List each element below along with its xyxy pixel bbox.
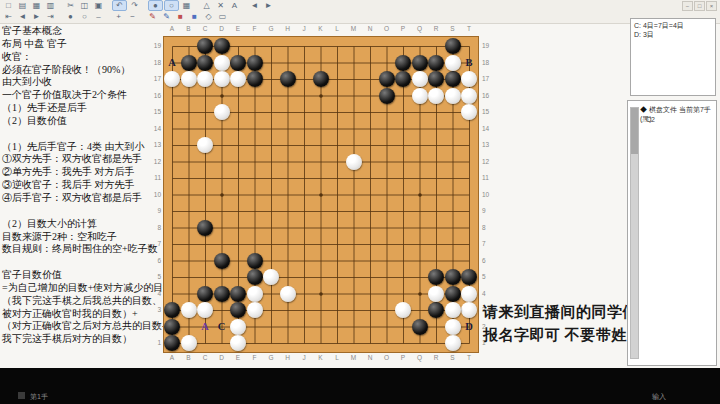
black-stone-D6[interactable]	[213, 252, 230, 269]
white-stone-S3[interactable]	[444, 302, 461, 319]
column-label: F	[246, 25, 263, 32]
white-stone-E17[interactable]	[230, 71, 247, 88]
white-stone-S2	[445, 319, 461, 335]
black-stone-B18	[181, 55, 197, 71]
column-label: R	[428, 25, 445, 32]
row-label: 18	[146, 59, 161, 66]
black-stone-O17[interactable]	[378, 71, 395, 88]
column-label: F	[246, 354, 263, 361]
black-stone-F18[interactable]	[246, 54, 263, 71]
lecture-line: （2）目数价值	[2, 115, 162, 128]
lecture-line: ①双方先手：双方收官都是先手	[2, 153, 162, 166]
black-stone-A1[interactable]	[164, 335, 181, 352]
row-label: 8	[482, 224, 497, 231]
black-stone-S17	[445, 71, 461, 87]
row-label: 16	[146, 92, 161, 99]
column-label: G	[263, 354, 280, 361]
lecture-line: 数目规则：终局时围住的空+吃子数	[2, 243, 162, 256]
black-stone-F18	[247, 55, 263, 71]
black-stone-P18	[395, 55, 411, 71]
tree-root-icon: ◆	[640, 106, 647, 113]
minimize-icon[interactable]: −	[682, 1, 693, 11]
column-label: B	[180, 25, 197, 32]
white-stone-T17[interactable]	[461, 71, 478, 88]
white-stone-R4[interactable]	[428, 285, 445, 302]
lecture-notes-panel: 官子基本概念布局 中盘 官子收官：必须在官子阶段收！（90%）由大到小收一个官子…	[2, 25, 162, 365]
white-stone-Q16	[412, 88, 428, 104]
row-label: 4	[146, 290, 161, 297]
row-label: 19	[146, 42, 161, 49]
white-stone-Q17	[412, 71, 428, 87]
white-stone-R4	[428, 286, 444, 302]
print-icon[interactable]: ▥	[44, 1, 57, 11]
black-stone-R17	[428, 71, 444, 87]
black-stone-F5	[247, 269, 263, 285]
black-stone-F6	[247, 253, 263, 269]
black-stone-R3[interactable]	[428, 302, 445, 319]
white-stone-S16	[445, 88, 461, 104]
black-stone-H17	[280, 71, 296, 87]
first-move-icon[interactable]: ⇤	[2, 12, 15, 22]
white-stone-S1	[445, 335, 461, 351]
zoom-in-icon[interactable]: +	[112, 12, 125, 22]
white-stone-tool-icon[interactable]: ○	[164, 0, 179, 11]
white-stone-R16[interactable]	[428, 87, 445, 104]
lecture-line: 官子基本概念	[2, 25, 162, 38]
window-controls[interactable]: −□×	[681, 1, 717, 11]
row-label: 6	[482, 257, 497, 264]
marker-point-C2[interactable]: A	[197, 318, 214, 335]
row-label: 6	[146, 257, 161, 264]
white-stone-T3[interactable]	[461, 302, 478, 319]
black-stone-A3[interactable]	[164, 302, 181, 319]
lecture-line: ②单方先手：我先手 对方后手	[2, 166, 162, 179]
white-stone-E1[interactable]	[230, 335, 247, 352]
white-stone-T16	[461, 88, 477, 104]
white-stone-E17	[230, 71, 246, 87]
play-black-icon[interactable]: ●	[64, 12, 77, 22]
black-stone-C8	[197, 220, 213, 236]
mark-blue-icon[interactable]: ■	[188, 12, 201, 22]
black-stone-A3	[164, 302, 180, 318]
black-stone-E3[interactable]	[230, 302, 247, 319]
value-line-2: D: 3目	[634, 30, 712, 39]
black-stone-D4	[214, 286, 230, 302]
black-stone-B18[interactable]	[180, 54, 197, 71]
board-stone-grid[interactable]: ABACD	[164, 38, 478, 352]
column-label: A	[164, 25, 181, 32]
white-stone-F4[interactable]	[246, 285, 263, 302]
row-label: 13	[482, 141, 497, 148]
column-label: L	[329, 25, 346, 32]
black-stone-F5[interactable]	[246, 269, 263, 286]
white-stone-S2[interactable]	[444, 318, 461, 335]
maximize-icon[interactable]: □	[694, 1, 705, 11]
zoom-out-icon[interactable]: −	[126, 12, 139, 22]
status-icon	[18, 392, 25, 399]
white-stone-E1	[230, 335, 246, 351]
row-label: 2	[146, 323, 161, 330]
row-label: 5	[482, 273, 497, 280]
column-label: T	[461, 354, 478, 361]
white-stone-D18[interactable]	[213, 54, 230, 71]
toolbar: □▤▦▥✂◫▣↶↷●○▦△✕A◄► ⇤◄►⇥●○–+−✎✎■■◇▭ −□×	[0, 0, 720, 24]
column-label: H	[279, 25, 296, 32]
prev-move-icon[interactable]: ◄	[248, 1, 261, 11]
row-label: 12	[146, 158, 161, 165]
black-stone-Q18	[412, 55, 428, 71]
lecture-line: （我下完这手棋之后我总共的目数、	[2, 295, 162, 308]
row-label: 14	[482, 125, 497, 132]
play-white-icon[interactable]: ○	[78, 12, 91, 22]
column-label: J	[296, 25, 313, 32]
white-stone-F4	[247, 286, 263, 302]
white-stone-B17[interactable]	[180, 71, 197, 88]
toolbar-row-2: ⇤◄►⇥●○–+−✎✎■■◇▭	[2, 11, 230, 22]
column-label: C	[197, 25, 214, 32]
black-stone-tool-icon[interactable]: ●	[148, 0, 163, 11]
white-stone-P3	[395, 302, 411, 318]
row-label: 18	[482, 59, 497, 66]
column-label: D	[213, 354, 230, 361]
column-label: S	[444, 354, 461, 361]
column-label: Q	[411, 25, 428, 32]
column-label: E	[230, 25, 247, 32]
lecture-line: （1）先后手官子：4类 由大到小	[2, 141, 162, 154]
new-board-icon[interactable]: □	[2, 1, 15, 11]
white-stone-H4[interactable]	[279, 285, 296, 302]
board-column-labels-top: ABCDEFGHJKLMNOPQRST	[164, 25, 478, 32]
status-right-text: 输入	[652, 392, 666, 402]
white-stone-H4	[280, 286, 296, 302]
cut-icon[interactable]: ✂	[64, 1, 77, 11]
column-label: T	[461, 25, 478, 32]
row-label: 3	[146, 306, 161, 313]
black-stone-S5[interactable]	[444, 269, 461, 286]
eraser-icon[interactable]: ◇	[202, 12, 215, 22]
open-file-icon[interactable]: ▤	[16, 1, 29, 11]
white-stone-B3[interactable]	[180, 302, 197, 319]
cross-mark-icon[interactable]: ✕	[214, 1, 227, 11]
lecture-line: 布局 中盘 官子	[2, 38, 162, 51]
column-label: L	[329, 354, 346, 361]
column-label: J	[296, 354, 313, 361]
column-label: E	[230, 354, 247, 361]
white-stone-T15	[461, 104, 477, 120]
lecture-line: 被对方正确收官时我的目数）+	[2, 308, 162, 321]
lecture-line: （1）先手还是后手	[2, 102, 162, 115]
column-label: R	[428, 354, 445, 361]
lecture-line: ③逆收官子：我后手 对方先手	[2, 179, 162, 192]
column-label: M	[345, 354, 362, 361]
white-stone-D15[interactable]	[213, 104, 230, 121]
white-stone-C13	[197, 137, 213, 153]
black-stone-C4[interactable]	[197, 285, 214, 302]
status-left-text: 第1手	[30, 392, 48, 402]
marker-point-T2[interactable]: D	[461, 318, 478, 335]
row-label: 11	[482, 174, 497, 181]
white-stone-T4	[461, 286, 477, 302]
white-stone-M12[interactable]	[345, 153, 362, 170]
black-stone-D19[interactable]	[213, 38, 230, 55]
lecture-line	[2, 256, 162, 269]
next-move-icon[interactable]: ►	[262, 1, 275, 11]
column-label: C	[197, 354, 214, 361]
column-label: M	[345, 25, 362, 32]
row-label: 5	[146, 273, 161, 280]
row-label: 11	[146, 174, 161, 181]
white-stone-C17[interactable]	[197, 71, 214, 88]
row-label: 12	[482, 158, 497, 165]
black-stone-S4[interactable]	[444, 285, 461, 302]
white-stone-G5	[263, 269, 279, 285]
column-label: Q	[411, 354, 428, 361]
white-stone-T4[interactable]	[461, 285, 478, 302]
row-label: 17	[146, 75, 161, 82]
column-label: D	[213, 25, 230, 32]
black-stone-R5[interactable]	[428, 269, 445, 286]
tree-scrollbar[interactable]	[630, 107, 639, 359]
go-teaching-app-window: □▤▦▥✂◫▣↶↷●○▦△✕A◄► ⇤◄►⇥●○–+−✎✎■■◇▭ −□× 官子…	[0, 0, 720, 404]
column-label: P	[395, 25, 412, 32]
tree-scrollbar-thumb[interactable]	[631, 108, 638, 154]
white-stone-B1[interactable]	[180, 335, 197, 352]
white-stone-R16	[428, 88, 444, 104]
status-bar: 第1手 输入	[0, 368, 720, 404]
lecture-line: 收官：	[2, 51, 162, 64]
black-stone-O16	[379, 88, 395, 104]
white-stone-T16[interactable]	[461, 87, 478, 104]
marker-A-C2: A	[197, 319, 214, 334]
white-stone-S1[interactable]	[444, 335, 461, 352]
black-stone-C18[interactable]	[197, 54, 214, 71]
black-stone-T5[interactable]	[461, 269, 478, 286]
column-label: G	[263, 25, 280, 32]
row-label: 10	[482, 191, 497, 198]
lecture-line: 官子目数价值	[2, 269, 162, 282]
black-stone-S19	[445, 38, 461, 54]
column-label: O	[378, 25, 395, 32]
pen-blue-icon[interactable]: ✎	[160, 12, 173, 22]
white-stone-B17	[181, 71, 197, 87]
black-stone-Q18[interactable]	[411, 54, 428, 71]
white-stone-B3	[181, 302, 197, 318]
black-stone-O17	[379, 71, 395, 87]
lecture-line: （2）目数大小的计算	[2, 218, 162, 231]
black-stone-E4	[230, 286, 246, 302]
pass-icon[interactable]: –	[92, 12, 105, 22]
row-label: 13	[146, 141, 161, 148]
black-stone-E3	[230, 302, 246, 318]
column-label: K	[312, 25, 329, 32]
row-label: 19	[482, 42, 497, 49]
marker-point-A18[interactable]: A	[164, 54, 181, 71]
marker-B-T18: B	[461, 55, 478, 70]
marker-C-D2: C	[213, 319, 230, 334]
white-stone-F3	[247, 302, 263, 318]
row-label: 15	[482, 108, 497, 115]
endgame-value-panel: C: 4目=7目=4目 D: 3目	[630, 18, 716, 96]
black-stone-S4	[445, 286, 461, 302]
white-stone-A17	[164, 71, 180, 87]
black-stone-T5	[461, 269, 477, 285]
lecture-line: ④后手官子：双方收官都是后手	[2, 192, 162, 205]
game-tree-panel: ◆ 棋盘文件 当前第7手(黑) C2	[627, 100, 717, 366]
white-stone-D18	[214, 55, 230, 71]
column-label: P	[395, 354, 412, 361]
white-stone-C3[interactable]	[197, 302, 214, 319]
white-stone-S18	[445, 55, 461, 71]
white-stone-T15[interactable]	[461, 104, 478, 121]
column-label: N	[362, 25, 379, 32]
row-label: 16	[482, 92, 497, 99]
row-label: 10	[146, 191, 161, 198]
board-view-icon[interactable]: ▦	[180, 1, 193, 11]
redo-icon[interactable]: ↷	[128, 1, 141, 11]
row-label: 17	[482, 75, 497, 82]
black-stone-F6[interactable]	[246, 252, 263, 269]
black-stone-R18	[428, 55, 444, 71]
black-stone-E4[interactable]	[230, 285, 247, 302]
black-stone-K17[interactable]	[312, 71, 329, 88]
white-stone-C17	[197, 71, 213, 87]
white-stone-A17[interactable]	[164, 71, 181, 88]
marker-D-T2: D	[461, 319, 478, 334]
black-stone-O16[interactable]	[378, 87, 395, 104]
column-label: N	[362, 354, 379, 361]
black-stone-D4[interactable]	[213, 285, 230, 302]
lecture-line: 我下完这手棋后对方的目数）	[2, 333, 162, 346]
copy-icon[interactable]: ◫	[78, 1, 91, 11]
black-stone-C4	[197, 286, 213, 302]
black-stone-S17[interactable]	[444, 71, 461, 88]
forward-icon[interactable]: ►	[30, 12, 43, 22]
white-stone-T17	[461, 71, 477, 87]
marker-A-A18: A	[164, 55, 181, 70]
marker-point-T18[interactable]: B	[461, 54, 478, 71]
row-label: 7	[482, 240, 497, 247]
white-stone-M12	[346, 154, 362, 170]
white-stone-Q17[interactable]	[411, 71, 428, 88]
lecture-line: 由大到小收	[2, 76, 162, 89]
black-stone-P17	[395, 71, 411, 87]
white-stone-B1	[181, 335, 197, 351]
column-label: O	[378, 354, 395, 361]
black-stone-D6	[214, 253, 230, 269]
black-stone-P17[interactable]	[395, 71, 412, 88]
black-stone-D19	[214, 38, 230, 54]
column-label: H	[279, 354, 296, 361]
black-stone-C19[interactable]	[197, 38, 214, 55]
black-stone-A1	[164, 335, 180, 351]
black-stone-C8[interactable]	[197, 219, 214, 236]
marker-point-D2[interactable]: C	[213, 318, 230, 335]
row-label: 1	[146, 339, 161, 346]
toolbar-row-1: □▤▦▥✂◫▣↶↷●○▦△✕A◄►	[2, 0, 276, 11]
white-stone-C13[interactable]	[197, 137, 214, 154]
black-stone-P18[interactable]	[395, 54, 412, 71]
white-stone-S18[interactable]	[444, 54, 461, 71]
white-stone-S3	[445, 302, 461, 318]
column-label: B	[180, 354, 197, 361]
black-stone-A2[interactable]	[164, 318, 181, 335]
white-stone-D15	[214, 104, 230, 120]
save-icon[interactable]: ▦	[30, 1, 43, 11]
row-label: 7	[146, 240, 161, 247]
board-column-labels-bottom: ABCDEFGHJKLMNOPQRST	[164, 354, 478, 361]
row-label: 9	[482, 207, 497, 214]
black-stone-C19	[197, 38, 213, 54]
close-icon[interactable]: ×	[706, 1, 717, 11]
column-label: S	[444, 25, 461, 32]
lecture-line: 一个官子价值取决于2个条件	[2, 89, 162, 102]
black-stone-E18	[230, 55, 246, 71]
black-stone-H17[interactable]	[279, 71, 296, 88]
black-stone-R17[interactable]	[428, 71, 445, 88]
black-stone-A2	[164, 319, 180, 335]
white-stone-S16[interactable]	[444, 87, 461, 104]
black-stone-Q2	[412, 319, 428, 335]
lecture-line: 目数来源于2种：空和吃子	[2, 231, 162, 244]
row-label: 8	[146, 224, 161, 231]
white-stone-P3[interactable]	[395, 302, 412, 319]
white-stone-D17[interactable]	[213, 71, 230, 88]
black-stone-K17	[313, 71, 329, 87]
mark-red-icon[interactable]: ■	[174, 12, 187, 22]
ruler-icon[interactable]: ▭	[216, 12, 229, 22]
white-stone-F3[interactable]	[246, 302, 263, 319]
row-label: 9	[146, 207, 161, 214]
value-line-1: C: 4目=7目=4目	[634, 21, 712, 30]
row-label: 14	[146, 125, 161, 132]
white-stone-E2[interactable]	[230, 318, 247, 335]
row-label: 15	[146, 108, 161, 115]
white-stone-D17	[214, 71, 230, 87]
black-stone-R5	[428, 269, 444, 285]
black-stone-C18	[197, 55, 213, 71]
black-stone-R3	[428, 302, 444, 318]
lecture-line: 必须在官子阶段收！（90%）	[2, 64, 162, 77]
back-icon[interactable]: ◄	[16, 12, 29, 22]
white-stone-C3	[197, 302, 213, 318]
tree-node[interactable]: C2	[646, 116, 655, 123]
pen-red-icon[interactable]: ✎	[146, 12, 159, 22]
white-stone-G5[interactable]	[263, 269, 280, 286]
paste-icon[interactable]: ▣	[92, 1, 105, 11]
column-label: K	[312, 354, 329, 361]
lecture-line	[2, 128, 162, 141]
white-stone-Q16[interactable]	[411, 87, 428, 104]
black-stone-Q2[interactable]	[411, 318, 428, 335]
black-stone-S19[interactable]	[444, 38, 461, 55]
black-stone-R18[interactable]	[428, 54, 445, 71]
triangle-mark-icon[interactable]: △	[200, 1, 213, 11]
lecture-line	[2, 205, 162, 218]
lecture-line: =为自己增加的目数+使对方减少的目数	[2, 282, 162, 295]
row-label: 4	[482, 290, 497, 297]
last-move-icon[interactable]: ⇥	[44, 12, 57, 22]
white-stone-E2	[230, 319, 246, 335]
lecture-line: （对方正确收官之后对方总共的目数-	[2, 320, 162, 333]
white-stone-T3	[461, 302, 477, 318]
black-stone-S5	[445, 269, 461, 285]
black-stone-E18[interactable]	[230, 54, 247, 71]
letter-mark-icon[interactable]: A	[228, 1, 241, 11]
black-stone-F17	[247, 71, 263, 87]
black-stone-F17[interactable]	[246, 71, 263, 88]
undo-icon[interactable]: ↶	[112, 0, 127, 11]
column-label: A	[164, 354, 181, 361]
